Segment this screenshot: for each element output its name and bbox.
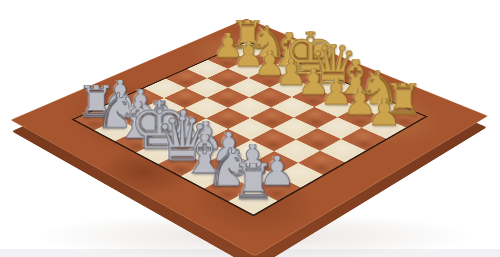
piece-white-pawn[interactable]: ♟ <box>343 98 424 128</box>
chess-set-photo: ♜♞♝♛♚♝♞♜♟♟♟♟♟♟♟♟♟♟♟♟♟♟♟♟♜♞♝♛♚♝♞♜ <box>0 0 500 257</box>
piece-black-rook[interactable]: ♜ <box>208 163 297 201</box>
